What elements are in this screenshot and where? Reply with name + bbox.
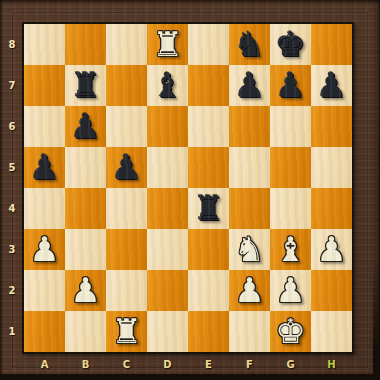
square-f5[interactable]	[229, 147, 270, 188]
piece-white-rook[interactable]: ♜	[152, 24, 182, 65]
square-c2[interactable]	[106, 270, 147, 311]
square-c8[interactable]	[106, 24, 147, 65]
file-label-c: C	[106, 356, 147, 372]
square-f8[interactable]: ♞	[229, 24, 270, 65]
square-b1[interactable]	[65, 311, 106, 352]
square-d8[interactable]: ♜	[147, 24, 188, 65]
frame-bottom-shadow	[0, 374, 380, 380]
square-a2[interactable]	[24, 270, 65, 311]
chess-board: ♜♞♚♜♝♟♟♟♟♟♟♜♟♞♝♟♟♟♟♜♚	[24, 24, 352, 352]
square-f6[interactable]	[229, 106, 270, 147]
square-b8[interactable]	[65, 24, 106, 65]
square-d5[interactable]	[147, 147, 188, 188]
piece-white-knight[interactable]: ♞	[234, 229, 264, 270]
square-b5[interactable]	[65, 147, 106, 188]
square-d3[interactable]	[147, 229, 188, 270]
square-c4[interactable]	[106, 188, 147, 229]
file-label-b: B	[65, 356, 106, 372]
square-b4[interactable]	[65, 188, 106, 229]
piece-white-pawn[interactable]: ♟	[234, 270, 264, 311]
square-c7[interactable]	[106, 65, 147, 106]
chess-board-border: ♜♞♚♜♝♟♟♟♟♟♟♜♟♞♝♟♟♟♟♜♚	[22, 22, 354, 354]
square-a5[interactable]: ♟	[24, 147, 65, 188]
piece-black-knight[interactable]: ♞	[234, 24, 264, 65]
square-a8[interactable]	[24, 24, 65, 65]
square-c5[interactable]: ♟	[106, 147, 147, 188]
square-d2[interactable]	[147, 270, 188, 311]
square-g3[interactable]: ♝	[270, 229, 311, 270]
square-a3[interactable]: ♟	[24, 229, 65, 270]
rank-label-1: 1	[3, 311, 21, 352]
square-a7[interactable]	[24, 65, 65, 106]
square-h7[interactable]: ♟	[311, 65, 352, 106]
rank-label-7: 7	[3, 65, 21, 106]
file-labels: ABCDEFGH	[24, 356, 352, 372]
file-label-e: E	[188, 356, 229, 372]
square-h4[interactable]	[311, 188, 352, 229]
square-g4[interactable]	[270, 188, 311, 229]
file-label-a: A	[24, 356, 65, 372]
square-c6[interactable]	[106, 106, 147, 147]
piece-black-pawn[interactable]: ♟	[275, 65, 305, 106]
file-label-d: D	[147, 356, 188, 372]
file-label-f: F	[229, 356, 270, 372]
square-g7[interactable]: ♟	[270, 65, 311, 106]
piece-black-rook[interactable]: ♜	[70, 65, 100, 106]
piece-black-rook[interactable]: ♜	[193, 188, 223, 229]
square-a4[interactable]	[24, 188, 65, 229]
piece-white-pawn[interactable]: ♟	[275, 270, 305, 311]
square-e1[interactable]	[188, 311, 229, 352]
piece-white-rook[interactable]: ♜	[111, 311, 141, 352]
square-a1[interactable]	[24, 311, 65, 352]
chess-board-frame: ♜♞♚♜♝♟♟♟♟♟♟♜♟♞♝♟♟♟♟♜♚ 87654321 ABCDEFGH	[0, 0, 380, 380]
rank-labels: 87654321	[3, 24, 21, 352]
square-f3[interactable]: ♞	[229, 229, 270, 270]
piece-black-pawn[interactable]: ♟	[111, 147, 141, 188]
piece-black-king[interactable]: ♚	[275, 24, 305, 65]
piece-black-pawn[interactable]: ♟	[29, 147, 59, 188]
square-e4[interactable]: ♜	[188, 188, 229, 229]
piece-black-bishop[interactable]: ♝	[152, 65, 182, 106]
rank-label-6: 6	[3, 106, 21, 147]
square-g2[interactable]: ♟	[270, 270, 311, 311]
piece-white-bishop[interactable]: ♝	[275, 229, 305, 270]
rank-label-4: 4	[3, 188, 21, 229]
square-g5[interactable]	[270, 147, 311, 188]
square-g1[interactable]: ♚	[270, 311, 311, 352]
square-d7[interactable]: ♝	[147, 65, 188, 106]
square-e5[interactable]	[188, 147, 229, 188]
square-h6[interactable]	[311, 106, 352, 147]
square-e6[interactable]	[188, 106, 229, 147]
square-f1[interactable]	[229, 311, 270, 352]
piece-black-pawn[interactable]: ♟	[70, 106, 100, 147]
rank-label-8: 8	[3, 24, 21, 65]
square-c1[interactable]: ♜	[106, 311, 147, 352]
square-e3[interactable]	[188, 229, 229, 270]
square-g6[interactable]	[270, 106, 311, 147]
piece-black-pawn[interactable]: ♟	[234, 65, 264, 106]
rank-label-2: 2	[3, 270, 21, 311]
piece-black-pawn[interactable]: ♟	[316, 65, 346, 106]
square-b6[interactable]: ♟	[65, 106, 106, 147]
rank-label-5: 5	[3, 147, 21, 188]
square-b7[interactable]: ♜	[65, 65, 106, 106]
file-label-g: G	[270, 356, 311, 372]
square-f4[interactable]	[229, 188, 270, 229]
piece-white-pawn[interactable]: ♟	[70, 270, 100, 311]
square-g8[interactable]: ♚	[270, 24, 311, 65]
square-h3[interactable]: ♟	[311, 229, 352, 270]
square-h2[interactable]	[311, 270, 352, 311]
file-label-h: H	[311, 356, 352, 372]
square-a6[interactable]	[24, 106, 65, 147]
square-d1[interactable]	[147, 311, 188, 352]
square-h5[interactable]	[311, 147, 352, 188]
rank-label-3: 3	[3, 229, 21, 270]
piece-white-pawn[interactable]: ♟	[316, 229, 346, 270]
square-h8[interactable]	[311, 24, 352, 65]
square-e2[interactable]	[188, 270, 229, 311]
square-e8[interactable]	[188, 24, 229, 65]
square-b2[interactable]: ♟	[65, 270, 106, 311]
frame-right-shadow	[373, 260, 380, 380]
square-b3[interactable]	[65, 229, 106, 270]
square-d4[interactable]	[147, 188, 188, 229]
square-h1[interactable]	[311, 311, 352, 352]
square-c3[interactable]	[106, 229, 147, 270]
square-f2[interactable]: ♟	[229, 270, 270, 311]
piece-white-pawn[interactable]: ♟	[29, 229, 59, 270]
piece-white-king[interactable]: ♚	[275, 311, 305, 352]
square-f7[interactable]: ♟	[229, 65, 270, 106]
square-e7[interactable]	[188, 65, 229, 106]
square-d6[interactable]	[147, 106, 188, 147]
